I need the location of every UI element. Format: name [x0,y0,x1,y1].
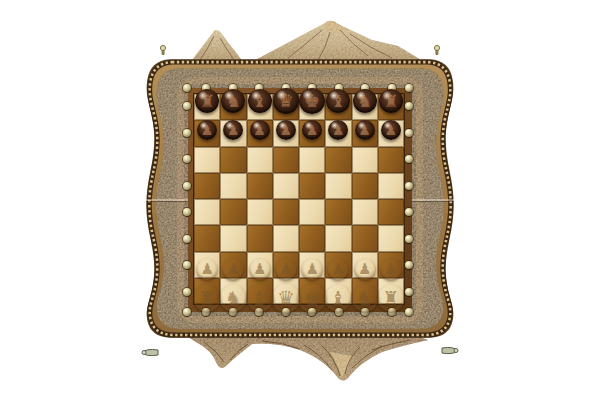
stud-right-5 [405,235,413,243]
square-a8: ♜ [194,94,220,120]
square-d4 [273,199,299,225]
chess-box-photo: ♜♞♝♛♚♝♞♜♟♟♟♟♟♟♟♟♟♟♟♟♟♟♟♟♜♞♝♛♚♝♞♜ [0,0,600,400]
square-e1: ♚ [299,278,325,304]
square-a2: ♟ [194,252,220,278]
stud-left-6 [183,261,191,269]
black-pawn-e7: ♟ [302,120,322,140]
white-pawn-b2: ♟ [223,258,244,279]
square-h5 [378,173,404,199]
square-h8: ♜ [378,94,404,120]
stud-right-4 [405,208,413,216]
square-e5 [299,173,325,199]
square-d5 [273,173,299,199]
square-a5 [194,173,220,199]
square-f7: ♟ [325,120,351,146]
black-pawn-c7: ♟ [250,120,270,140]
black-pawn-h7: ♟ [381,120,401,140]
square-d8: ♛ [273,94,299,120]
square-b6 [220,147,246,173]
black-pawn-d7: ♟ [276,120,296,140]
square-g8: ♞ [352,94,378,120]
black-pawn-f7: ♟ [328,120,348,140]
square-d7: ♟ [273,120,299,146]
square-a4 [194,199,220,225]
square-b3 [220,225,246,251]
square-b2: ♟ [220,252,246,278]
white-pawn-g2: ♟ [354,258,375,279]
square-e6 [299,147,325,173]
white-rook-h1: ♜ [377,284,404,311]
white-queen-d1: ♛ [271,283,300,312]
stud-right-3 [405,182,413,190]
square-f5 [325,173,351,199]
square-f8: ♝ [325,94,351,120]
square-f1: ♝ [325,278,351,304]
square-a3 [194,225,220,251]
square-h7: ♟ [378,120,404,146]
square-h2: ♟ [378,252,404,278]
black-knight-b8: ♞ [221,89,245,113]
stud-corner-br [405,308,413,316]
square-e7: ♟ [299,120,325,146]
black-bishop-f8: ♝ [326,89,350,113]
white-pawn-f2: ♟ [328,258,349,279]
square-d3 [273,225,299,251]
stud-left-2 [183,155,191,163]
white-rook-a1: ♜ [194,284,221,311]
stud-left-1 [183,129,191,137]
stud-left-5 [183,235,191,243]
square-c2: ♟ [247,252,273,278]
stud-right-6 [405,261,413,269]
square-h3 [378,225,404,251]
square-g2: ♟ [352,252,378,278]
white-pawn-a2: ♟ [197,258,218,279]
square-e2: ♟ [299,252,325,278]
square-c7: ♟ [247,120,273,146]
square-f4 [325,199,351,225]
stud-right-2 [405,155,413,163]
stud-corner-tl [183,84,191,92]
square-a1: ♜ [194,278,220,304]
black-rook-h8: ♜ [379,89,403,113]
stud-left-4 [183,208,191,216]
black-pawn-g7: ♟ [355,120,375,140]
stud-corner-bl [183,308,191,316]
square-b1: ♞ [220,278,246,304]
white-bishop-f1: ♝ [325,284,352,311]
square-d2: ♟ [273,252,299,278]
stud-left-3 [183,182,191,190]
white-pawn-c2: ♟ [249,258,270,279]
square-e8: ♚ [299,94,325,120]
square-c4 [247,199,273,225]
square-f2: ♟ [325,252,351,278]
square-d1: ♛ [273,278,299,304]
square-c5 [247,173,273,199]
white-knight-g1: ♞ [351,284,378,311]
stud-right-0 [405,102,413,110]
square-g7: ♟ [352,120,378,146]
white-pawn-h2: ♟ [380,258,401,279]
black-bishop-c8: ♝ [248,89,272,113]
square-g4 [352,199,378,225]
chess-board: ♜♞♝♛♚♝♞♜♟♟♟♟♟♟♟♟♟♟♟♟♟♟♟♟♜♞♝♛♚♝♞♜ [193,93,405,305]
square-a6 [194,147,220,173]
square-b7: ♟ [220,120,246,146]
stud-left-7 [183,288,191,296]
square-d6 [273,147,299,173]
stud-corner-tr [405,84,413,92]
square-c8: ♝ [247,94,273,120]
square-e4 [299,199,325,225]
square-c6 [247,147,273,173]
stud-left-0 [183,102,191,110]
square-g5 [352,173,378,199]
stud-right-7 [405,288,413,296]
square-c1: ♝ [247,278,273,304]
square-e3 [299,225,325,251]
black-pawn-a7: ♟ [197,120,217,140]
square-g1: ♞ [352,278,378,304]
white-bishop-c1: ♝ [246,284,273,311]
square-b4 [220,199,246,225]
square-b5 [220,173,246,199]
black-knight-g8: ♞ [353,89,377,113]
square-c3 [247,225,273,251]
white-pawn-d2: ♟ [275,258,296,279]
square-f3 [325,225,351,251]
black-queen-d8: ♛ [273,88,299,114]
white-pawn-e2: ♟ [302,258,323,279]
white-knight-b1: ♞ [220,284,247,311]
square-f6 [325,147,351,173]
square-a7: ♟ [194,120,220,146]
square-g3 [352,225,378,251]
square-g6 [352,147,378,173]
square-h1: ♜ [378,278,404,304]
square-b8: ♞ [220,94,246,120]
black-pawn-b7: ♟ [223,120,243,140]
stud-right-1 [405,129,413,137]
black-rook-a8: ♜ [195,89,219,113]
white-king-e1: ♚ [298,283,327,312]
square-h4 [378,199,404,225]
black-king-e8: ♚ [299,88,325,114]
square-h6 [378,147,404,173]
